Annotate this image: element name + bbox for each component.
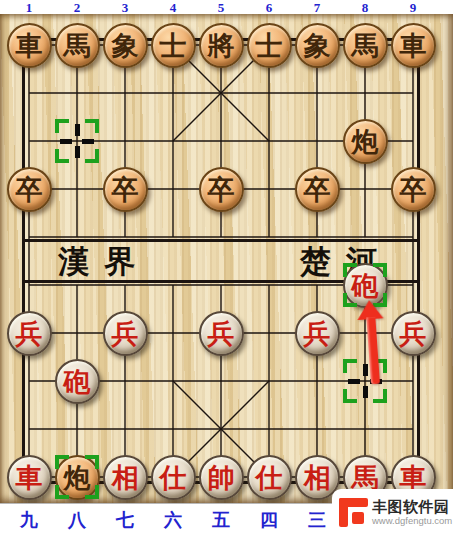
file-label-top-5: 5 — [209, 0, 233, 14]
fengtu-logo-icon — [339, 498, 368, 527]
file-label-bottom-1: 九 — [14, 504, 44, 535]
file-label-top-1: 1 — [17, 0, 41, 14]
arrow-shaft — [366, 317, 380, 384]
piece-black-chariot[interactable]: 車 — [391, 23, 436, 68]
file-label-top-8: 8 — [353, 0, 377, 14]
piece-black-cannon[interactable]: 炮 — [55, 455, 100, 500]
piece-red-soldier[interactable]: 兵 — [199, 311, 244, 356]
piece-black-advisor[interactable]: 士 — [151, 23, 196, 68]
piece-red-elephant[interactable]: 相 — [103, 455, 148, 500]
xiangqi-app: 漢界 楚河 123456789 九八七六五四三二一 車馬象士將士象馬車炮卒卒卒卒… — [0, 0, 453, 535]
file-label-top-2: 2 — [65, 0, 89, 14]
piece-black-horse[interactable]: 馬 — [343, 23, 388, 68]
piece-black-horse[interactable]: 馬 — [55, 23, 100, 68]
watermark-url: www.dgfengtu.com — [372, 515, 452, 526]
piece-black-chariot[interactable]: 車 — [7, 23, 52, 68]
river-label-han-jie: 漢界 — [58, 239, 150, 283]
watermark: 丰图软件园 www.dgfengtu.com — [332, 489, 453, 535]
top-file-labels: 123456789 — [0, 0, 453, 14]
piece-black-soldier[interactable]: 卒 — [7, 167, 52, 212]
piece-red-soldier[interactable]: 兵 — [103, 311, 148, 356]
piece-red-advisor[interactable]: 仕 — [151, 455, 196, 500]
file-label-top-3: 3 — [113, 0, 137, 14]
piece-black-soldier[interactable]: 卒 — [199, 167, 244, 212]
piece-black-soldier[interactable]: 卒 — [295, 167, 340, 212]
piece-red-soldier[interactable]: 兵 — [391, 311, 436, 356]
piece-red-soldier[interactable]: 兵 — [7, 311, 52, 356]
file-label-bottom-6: 四 — [254, 504, 284, 535]
file-label-top-4: 4 — [161, 0, 185, 14]
file-label-bottom-5: 五 — [206, 504, 236, 535]
piece-red-chariot[interactable]: 車 — [7, 455, 52, 500]
piece-red-cannon[interactable]: 砲 — [55, 359, 100, 404]
piece-black-soldier[interactable]: 卒 — [391, 167, 436, 212]
file-label-top-9: 9 — [401, 0, 425, 14]
piece-red-advisor[interactable]: 仕 — [247, 455, 292, 500]
piece-black-elephant[interactable]: 象 — [295, 23, 340, 68]
piece-red-general[interactable]: 帥 — [199, 455, 244, 500]
file-label-bottom-3: 七 — [110, 504, 140, 535]
piece-black-elephant[interactable]: 象 — [103, 23, 148, 68]
file-label-top-6: 6 — [257, 0, 281, 14]
file-label-bottom-2: 八 — [62, 504, 92, 535]
piece-red-soldier[interactable]: 兵 — [295, 311, 340, 356]
piece-black-advisor[interactable]: 士 — [247, 23, 292, 68]
file-label-top-7: 7 — [305, 0, 329, 14]
piece-black-soldier[interactable]: 卒 — [103, 167, 148, 212]
file-label-bottom-4: 六 — [158, 504, 188, 535]
watermark-title: 丰图软件园 — [372, 498, 452, 515]
piece-black-general[interactable]: 將 — [199, 23, 244, 68]
piece-black-cannon[interactable]: 炮 — [343, 119, 388, 164]
file-label-bottom-7: 三 — [302, 504, 332, 535]
